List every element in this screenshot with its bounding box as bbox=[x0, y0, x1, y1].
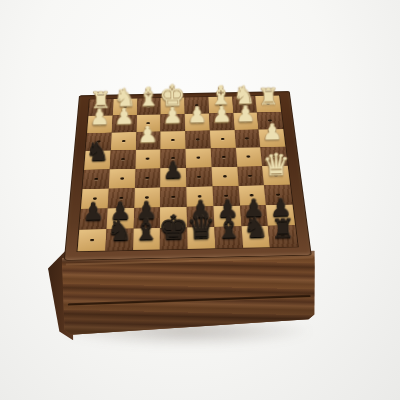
square-r2c6[interactable]: ♟ bbox=[209, 113, 234, 131]
square-r8c3[interactable]: ♝ bbox=[133, 228, 161, 250]
square-r7c1[interactable]: ♟ bbox=[79, 208, 107, 229]
square-r5c7[interactable] bbox=[237, 166, 264, 186]
square-r2c7[interactable]: ♟ bbox=[233, 112, 259, 130]
square-r4c3[interactable] bbox=[135, 150, 161, 169]
square-r4c6[interactable] bbox=[210, 148, 236, 167]
black-bishop-piece[interactable]: ♝ bbox=[215, 213, 242, 243]
square-r5c2[interactable] bbox=[108, 169, 135, 189]
square-r1c3[interactable]: ♝ bbox=[137, 98, 161, 115]
square-r5c6[interactable] bbox=[211, 166, 238, 186]
white-rook-piece[interactable]: ♜ bbox=[258, 84, 279, 108]
square-r8c8[interactable]: ♜ bbox=[268, 225, 298, 247]
white-pawn-piece[interactable]: ♟ bbox=[262, 120, 283, 143]
square-r2c5[interactable]: ♟ bbox=[185, 114, 210, 132]
square-r4c7[interactable] bbox=[235, 147, 262, 166]
square-r5c3[interactable] bbox=[134, 168, 160, 188]
white-pawn-piece[interactable]: ♟ bbox=[114, 106, 134, 128]
square-r3c5[interactable] bbox=[185, 131, 210, 149]
square-r6c4[interactable] bbox=[160, 187, 186, 207]
black-pawn-piece[interactable]: ♟ bbox=[82, 199, 104, 224]
square-r8c1[interactable] bbox=[78, 229, 107, 251]
black-knight-piece[interactable]: ♞ bbox=[85, 138, 109, 165]
black-pawn-piece[interactable]: ♟ bbox=[162, 158, 183, 182]
box-front-face bbox=[62, 250, 317, 335]
square-r5c1[interactable] bbox=[83, 169, 110, 189]
black-queen-piece[interactable]: ♛ bbox=[186, 210, 216, 243]
white-pawn-piece[interactable]: ♟ bbox=[138, 122, 159, 145]
square-r5c8[interactable]: ♛ bbox=[262, 165, 290, 185]
square-r8c6[interactable]: ♝ bbox=[214, 226, 243, 248]
black-rook-piece[interactable]: ♜ bbox=[271, 214, 295, 241]
black-knight-piece[interactable]: ♞ bbox=[106, 216, 132, 245]
white-pawn-piece[interactable]: ♟ bbox=[89, 106, 109, 128]
black-knight-piece[interactable]: ♞ bbox=[242, 213, 268, 242]
square-r2c2[interactable]: ♟ bbox=[112, 115, 137, 133]
square-r3c6[interactable] bbox=[210, 130, 236, 148]
square-r3c4[interactable] bbox=[161, 131, 186, 149]
square-r8c5[interactable]: ♛ bbox=[187, 227, 215, 249]
square-r5c4[interactable]: ♟ bbox=[160, 168, 186, 188]
square-r8c2[interactable]: ♞ bbox=[105, 229, 133, 251]
square-r3c7[interactable] bbox=[234, 130, 260, 148]
white-queen-piece[interactable]: ♛ bbox=[262, 149, 290, 180]
square-r3c8[interactable]: ♟ bbox=[259, 129, 286, 147]
black-king-piece[interactable]: ♚ bbox=[158, 210, 189, 244]
board-frame: ♜♞♝♚♝♞♜♟♟♟♟♟♟♟♟♞♟♛♟♟♟♟♟♟♟♞♝♚♛♝♞♜ bbox=[64, 91, 312, 261]
wooden-chess-box: ♜♞♝♚♝♞♜♟♟♟♟♟♟♟♟♞♟♛♟♟♟♟♟♟♟♞♝♚♛♝♞♜ bbox=[0, 0, 400, 400]
square-r4c2[interactable] bbox=[110, 150, 136, 169]
square-r5c5[interactable] bbox=[186, 167, 212, 187]
square-r2c4[interactable]: ♟ bbox=[161, 114, 186, 132]
square-r3c3[interactable]: ♟ bbox=[136, 132, 161, 150]
box-lid-seam bbox=[68, 294, 311, 305]
square-r4c1[interactable]: ♞ bbox=[84, 151, 110, 170]
white-bishop-piece[interactable]: ♝ bbox=[137, 84, 161, 110]
white-pawn-piece[interactable]: ♟ bbox=[187, 104, 207, 126]
square-r8c7[interactable]: ♞ bbox=[241, 226, 270, 248]
white-pawn-piece[interactable]: ♟ bbox=[163, 105, 183, 127]
square-r3c2[interactable] bbox=[111, 132, 137, 150]
photo-background: ♜♞♝♚♝♞♜♟♟♟♟♟♟♟♟♞♟♛♟♟♟♟♟♟♟♞♝♚♛♝♞♜ bbox=[0, 0, 400, 400]
chess-board: ♜♞♝♚♝♞♜♟♟♟♟♟♟♟♟♞♟♛♟♟♟♟♟♟♟♞♝♚♛♝♞♜ bbox=[78, 95, 298, 251]
square-r1c8[interactable]: ♜ bbox=[255, 95, 281, 112]
square-r4c5[interactable] bbox=[186, 148, 212, 167]
black-bishop-piece[interactable]: ♝ bbox=[133, 214, 160, 244]
white-pawn-piece[interactable]: ♟ bbox=[236, 103, 256, 125]
square-r8c4[interactable]: ♚ bbox=[160, 227, 188, 249]
square-r2c1[interactable]: ♟ bbox=[87, 116, 112, 134]
white-pawn-piece[interactable]: ♟ bbox=[211, 104, 231, 126]
